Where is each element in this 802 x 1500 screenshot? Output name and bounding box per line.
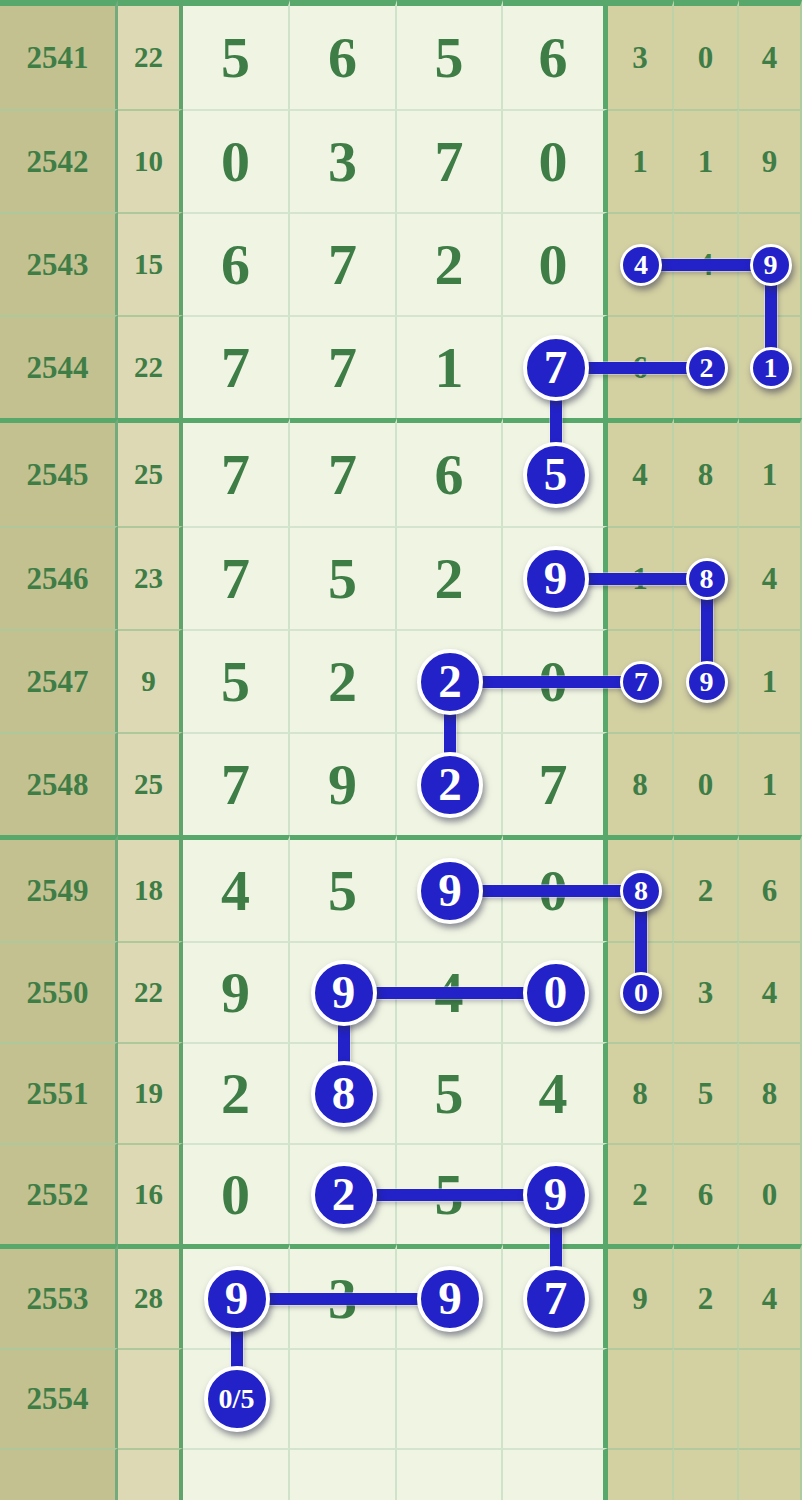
main-digit-cell: 2 — [290, 629, 397, 732]
main-digit-cell: 6 — [503, 0, 608, 109]
main-digit-cell: 6 — [183, 212, 290, 315]
main-digit-cell: 6 — [397, 418, 503, 526]
digit-text: 2547 — [27, 664, 89, 700]
main-digit-cell — [290, 1448, 397, 1500]
digit-text: 2552 — [27, 1177, 89, 1213]
circled-digit-1: 1 — [750, 347, 792, 389]
circled-digit-7: 7 — [523, 1266, 589, 1332]
side-digit-cell: 3 — [674, 941, 739, 1042]
main-digit-cell — [183, 1448, 290, 1500]
digit-text: 9 — [762, 144, 778, 180]
sum-cell: 25 — [118, 732, 183, 835]
side-digit-cell: 9 — [739, 109, 802, 212]
circled-digit-5: 5 — [523, 442, 589, 508]
digit-text: 2 — [435, 231, 464, 298]
digit-text: 9 — [328, 751, 357, 818]
digit-text: 2553 — [27, 1281, 89, 1317]
digit-text: 9 — [221, 959, 250, 1026]
main-digit-cell: 6 — [290, 0, 397, 109]
side-digit-cell: 1 — [608, 109, 674, 212]
digit-text: 5 — [328, 545, 357, 612]
digit-text: 1 — [435, 334, 464, 401]
sum-cell — [118, 1348, 183, 1448]
digit-text: 7 — [328, 441, 357, 508]
circled-digit-9: 9 — [417, 858, 483, 924]
sum-cell: 9 — [118, 629, 183, 732]
side-digit-cell — [608, 1448, 674, 1500]
digit-text: 2 — [698, 873, 714, 909]
side-digit-cell — [739, 1348, 802, 1448]
circled-digit-9: 9 — [311, 960, 377, 1026]
main-digit-cell: 0 — [183, 1143, 290, 1244]
main-digit-cell: 5 — [290, 526, 397, 629]
draw-row-2541: 2541225656304 — [0, 0, 802, 109]
digit-text: 1 — [762, 767, 778, 803]
digit-text: 7 — [221, 441, 250, 508]
side-digit-cell: 6 — [739, 835, 802, 941]
digit-text: 0 — [762, 1177, 778, 1213]
circled-digit-9: 9 — [750, 244, 792, 286]
circled-digit-2: 2 — [686, 347, 728, 389]
circled-digit-8: 8 — [311, 1061, 377, 1127]
period-cell: 2549 — [0, 835, 118, 941]
period-cell: 2541 — [0, 0, 118, 109]
side-digit-cell: 1 — [739, 629, 802, 732]
side-digit-cell: 9 — [608, 1244, 674, 1348]
digit-text: 2 — [698, 1281, 714, 1317]
digit-text: 15 — [134, 248, 163, 281]
main-digit-cell: 2 — [397, 526, 503, 629]
digit-text: 2 — [632, 1177, 648, 1213]
side-digit-cell: 4 — [608, 418, 674, 526]
side-digit-cell: 6 — [674, 1143, 739, 1244]
lottery-trend-chart: 2541225656304254210037011925431567204492… — [0, 0, 802, 1500]
digit-text: 0 — [698, 40, 714, 76]
sum-cell: 15 — [118, 212, 183, 315]
sum-cell: 28 — [118, 1244, 183, 1348]
digit-text: 2 — [435, 545, 464, 612]
sum-cell: 22 — [118, 315, 183, 418]
period-cell: 2545 — [0, 418, 118, 526]
draw-row-2551: 2551192854858 — [0, 1042, 802, 1143]
digit-text: 1 — [698, 144, 714, 180]
draw-row-2542: 2542100370119 — [0, 109, 802, 212]
main-digit-cell — [503, 1448, 608, 1500]
digit-text: 2544 — [27, 350, 89, 386]
draw-row-2554: 2554 — [0, 1348, 802, 1448]
circled-digit-9: 9 — [686, 661, 728, 703]
period-cell: 2546 — [0, 526, 118, 629]
digit-text: 8 — [632, 767, 648, 803]
circled-digit-7: 7 — [620, 661, 662, 703]
side-digit-cell: 0 — [674, 0, 739, 109]
main-digit-cell: 0 — [503, 109, 608, 212]
digit-text: 2545 — [27, 457, 89, 493]
side-digit-cell: 8 — [608, 1042, 674, 1143]
period-cell: 2544 — [0, 315, 118, 418]
period-cell: 2552 — [0, 1143, 118, 1244]
circled-digit-9: 9 — [204, 1266, 270, 1332]
digit-text: 1 — [762, 457, 778, 493]
main-digit-cell: 0 — [503, 212, 608, 315]
digit-text: 22 — [134, 351, 163, 384]
digit-text: 7 — [221, 334, 250, 401]
period-cell: 2548 — [0, 732, 118, 835]
main-digit-cell: 2 — [397, 212, 503, 315]
main-digit-cell: 9 — [290, 732, 397, 835]
side-digit-cell: 2 — [608, 1143, 674, 1244]
side-digit-cell: 3 — [608, 0, 674, 109]
digit-text: 2543 — [27, 247, 89, 283]
digit-text: 28 — [134, 1282, 163, 1315]
draw-row-2548: 2548257927801 — [0, 732, 802, 835]
digit-text: 4 — [762, 975, 778, 1011]
digit-text: 3 — [698, 975, 714, 1011]
chart-rows: 2541225656304254210037011925431567204492… — [0, 0, 802, 1500]
digit-text: 8 — [762, 1076, 778, 1112]
main-digit-cell: 7 — [397, 109, 503, 212]
digit-text: 6 — [328, 24, 357, 91]
period-cell: 2553 — [0, 1244, 118, 1348]
sum-cell: 22 — [118, 941, 183, 1042]
sum-cell: 23 — [118, 526, 183, 629]
side-digit-cell: 8 — [674, 418, 739, 526]
side-digit-cell: 2 — [674, 1244, 739, 1348]
digit-text: 6 — [698, 1177, 714, 1213]
main-digit-cell: 5 — [397, 0, 503, 109]
circled-digit-8: 8 — [620, 870, 662, 912]
digit-text: 7 — [539, 751, 568, 818]
digit-text: 4 — [632, 457, 648, 493]
side-digit-cell: 4 — [739, 526, 802, 629]
side-digit-cell: 5 — [674, 1042, 739, 1143]
main-digit-cell: 3 — [290, 109, 397, 212]
side-digit-cell: 1 — [739, 732, 802, 835]
main-digit-cell — [397, 1448, 503, 1500]
digit-text: 4 — [221, 857, 250, 924]
digit-text: 5 — [221, 24, 250, 91]
sum-cell: 10 — [118, 109, 183, 212]
digit-text: 2551 — [27, 1076, 89, 1112]
digit-text: 0 — [698, 767, 714, 803]
digit-text: 1 — [762, 664, 778, 700]
digit-text: 3 — [328, 128, 357, 195]
digit-text: 8 — [698, 457, 714, 493]
digit-text: 6 — [221, 231, 250, 298]
digit-text: 4 — [762, 1281, 778, 1317]
digit-text: 22 — [134, 41, 163, 74]
digit-text: 2554 — [27, 1381, 89, 1417]
main-digit-cell — [503, 1348, 608, 1448]
digit-text: 3 — [632, 40, 648, 76]
main-digit-cell: 1 — [397, 315, 503, 418]
side-digit-cell: 2 — [674, 835, 739, 941]
sum-cell: 16 — [118, 1143, 183, 1244]
digit-text: 7 — [221, 545, 250, 612]
side-digit-cell: 1 — [739, 418, 802, 526]
digit-text: 7 — [435, 128, 464, 195]
period-cell: 2554 — [0, 1348, 118, 1448]
digit-text: 5 — [221, 648, 250, 715]
draw-row-2547: 254795220791 — [0, 629, 802, 732]
main-digit-cell: 9 — [183, 941, 290, 1042]
digit-text: 5 — [328, 857, 357, 924]
digit-text: 8 — [632, 1076, 648, 1112]
main-digit-cell: 2 — [183, 1042, 290, 1143]
main-digit-cell: 7 — [290, 418, 397, 526]
sum-cell: 25 — [118, 418, 183, 526]
digit-text: 23 — [134, 562, 163, 595]
period-cell — [0, 1448, 118, 1500]
circled-digit-2: 2 — [417, 649, 483, 715]
digit-text: 10 — [134, 145, 163, 178]
side-digit-cell: 4 — [739, 0, 802, 109]
digit-text: 0 — [221, 128, 250, 195]
period-cell: 2547 — [0, 629, 118, 732]
digit-text: 7 — [328, 231, 357, 298]
digit-text: 25 — [134, 458, 163, 491]
digit-text: 0 — [539, 231, 568, 298]
side-digit-cell: 8 — [608, 732, 674, 835]
digit-text: 2550 — [27, 975, 89, 1011]
main-digit-cell: 7 — [183, 526, 290, 629]
digit-text: 4 — [762, 40, 778, 76]
digit-text: 6 — [762, 873, 778, 909]
side-digit-cell: 8 — [739, 1042, 802, 1143]
side-digit-cell — [674, 1348, 739, 1448]
digit-text: 2 — [328, 648, 357, 715]
digit-text: 2542 — [27, 144, 89, 180]
main-digit-cell: 7 — [503, 732, 608, 835]
digit-text: 25 — [134, 768, 163, 801]
main-digit-cell — [290, 1348, 397, 1448]
side-digit-cell: 4 — [739, 941, 802, 1042]
main-digit-cell: 7 — [290, 212, 397, 315]
digit-text: 7 — [328, 334, 357, 401]
circled-digit-2: 2 — [417, 752, 483, 818]
circled-digit-8: 8 — [686, 558, 728, 600]
digit-text: 19 — [134, 1077, 163, 1110]
digit-text: 5 — [435, 1060, 464, 1127]
main-digit-cell: 7 — [290, 315, 397, 418]
main-digit-cell — [397, 1348, 503, 1448]
digit-text: 2546 — [27, 561, 89, 597]
circled-digit-0: 0 — [523, 960, 589, 1026]
main-digit-cell: 4 — [183, 835, 290, 941]
digit-text: 5 — [435, 24, 464, 91]
digit-text: 0 — [221, 1161, 250, 1228]
period-cell: 2551 — [0, 1042, 118, 1143]
digit-text: 22 — [134, 976, 163, 1009]
period-cell: 2542 — [0, 109, 118, 212]
digit-text: 9 — [632, 1281, 648, 1317]
circled-digit-0-5: 0/5 — [204, 1366, 270, 1432]
side-digit-cell — [674, 1448, 739, 1500]
circled-digit-9: 9 — [523, 546, 589, 612]
side-digit-cell: 0 — [739, 1143, 802, 1244]
side-digit-cell: 4 — [739, 1244, 802, 1348]
digit-text: 5 — [698, 1076, 714, 1112]
circled-digit-0: 0 — [620, 972, 662, 1014]
side-digit-cell: 1 — [674, 109, 739, 212]
digit-text: 2 — [221, 1060, 250, 1127]
digit-text: 0 — [539, 128, 568, 195]
circled-digit-9: 9 — [523, 1162, 589, 1228]
main-digit-cell: 4 — [503, 1042, 608, 1143]
digit-text: 4 — [762, 561, 778, 597]
digit-text: 4 — [539, 1060, 568, 1127]
side-digit-cell — [608, 1348, 674, 1448]
digit-text: 7 — [221, 751, 250, 818]
digit-text: 2541 — [27, 40, 89, 76]
side-digit-cell — [739, 1448, 802, 1500]
circled-digit-9: 9 — [417, 1266, 483, 1332]
digit-text: 6 — [435, 441, 464, 508]
main-digit-cell: 7 — [183, 418, 290, 526]
digit-text: 9 — [141, 665, 156, 698]
digit-text: 1 — [632, 144, 648, 180]
main-digit-cell: 5 — [397, 1042, 503, 1143]
main-digit-cell: 7 — [183, 315, 290, 418]
empty-row — [0, 1448, 802, 1500]
period-cell: 2543 — [0, 212, 118, 315]
digit-text: 16 — [134, 1178, 163, 1211]
sum-cell: 19 — [118, 1042, 183, 1143]
main-digit-cell: 5 — [290, 835, 397, 941]
circled-digit-7: 7 — [523, 335, 589, 401]
digit-text: 6 — [539, 24, 568, 91]
main-digit-cell: 7 — [183, 732, 290, 835]
circled-digit-4: 4 — [620, 244, 662, 286]
main-digit-cell: 5 — [183, 629, 290, 732]
sum-cell — [118, 1448, 183, 1500]
draw-row-2545: 2545257765481 — [0, 418, 802, 526]
side-digit-cell: 0 — [674, 732, 739, 835]
digit-text: 2549 — [27, 873, 89, 909]
main-digit-cell: 5 — [183, 0, 290, 109]
main-digit-cell: 0 — [183, 109, 290, 212]
digit-text: 2548 — [27, 767, 89, 803]
period-cell: 2550 — [0, 941, 118, 1042]
draw-row-2549: 2549184590826 — [0, 835, 802, 941]
digit-text: 18 — [134, 874, 163, 907]
circled-digit-2: 2 — [311, 1162, 377, 1228]
sum-cell: 18 — [118, 835, 183, 941]
sum-cell: 22 — [118, 0, 183, 109]
